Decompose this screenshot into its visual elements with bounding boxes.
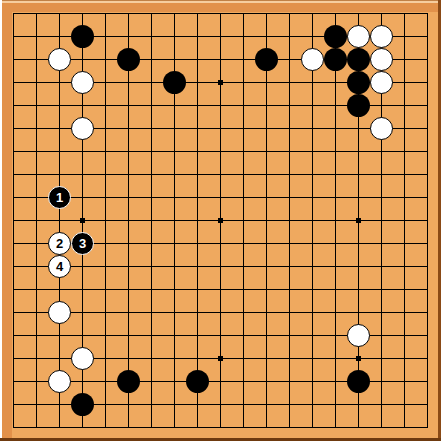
move-1-stone: 1 [48, 186, 71, 209]
white-stone [370, 117, 393, 140]
black-stone [324, 48, 347, 71]
white-stone [48, 370, 71, 393]
star-point [80, 218, 85, 223]
move-3-stone: 3 [71, 232, 94, 255]
move-2-stone: 2 [48, 232, 71, 255]
black-stone [117, 48, 140, 71]
move-4-stone: 4 [48, 255, 71, 278]
white-stone [301, 48, 324, 71]
black-stone [347, 94, 370, 117]
white-stone [347, 324, 370, 347]
white-stone [370, 25, 393, 48]
white-stone [347, 25, 370, 48]
black-stone [255, 48, 278, 71]
black-stone [347, 370, 370, 393]
white-stone [370, 71, 393, 94]
white-stone [48, 301, 71, 324]
black-stone [163, 71, 186, 94]
black-stone [71, 393, 94, 416]
white-stone [48, 48, 71, 71]
star-point [356, 356, 361, 361]
black-stone [347, 48, 370, 71]
star-point [218, 218, 223, 223]
white-stone [71, 347, 94, 370]
board-edge-left [0, 0, 2, 441]
white-stone [71, 71, 94, 94]
star-point [218, 80, 223, 85]
star-point [218, 356, 223, 361]
black-stone [186, 370, 209, 393]
star-point [356, 218, 361, 223]
black-stone [347, 71, 370, 94]
white-stone [370, 48, 393, 71]
black-stone [71, 25, 94, 48]
go-board: 1234 [0, 0, 441, 441]
black-stone [324, 25, 347, 48]
board-edge-top [0, 0, 441, 3]
black-stone [117, 370, 140, 393]
white-stone [71, 117, 94, 140]
